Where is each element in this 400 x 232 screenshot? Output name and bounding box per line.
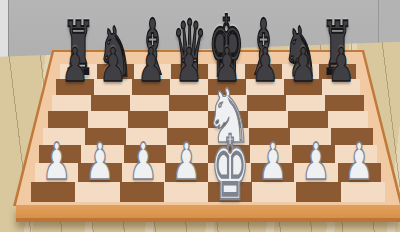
piece-black-pawn-b7[interactable]: ♟ <box>99 42 126 88</box>
piece-black-pawn-d7[interactable]: ♟ <box>176 42 203 88</box>
square-g6[interactable] <box>286 95 325 111</box>
piece-white-pawn-b2[interactable]: ♟ <box>85 137 114 188</box>
square-c6[interactable] <box>130 95 169 111</box>
piece-white-pawn-f2[interactable]: ♟ <box>258 137 287 188</box>
piece-white-king-e1[interactable]: ♚ <box>211 123 250 213</box>
square-g5[interactable] <box>288 111 328 128</box>
square-a6[interactable] <box>52 95 91 111</box>
square-d6[interactable] <box>169 95 208 111</box>
piece-white-pawn-a2[interactable]: ♟ <box>42 137 71 188</box>
square-h6[interactable] <box>325 95 364 111</box>
piece-white-pawn-h2[interactable]: ♟ <box>345 137 374 188</box>
square-c5[interactable] <box>128 111 168 128</box>
square-d5[interactable] <box>168 111 208 128</box>
piece-white-pawn-d2[interactable]: ♟ <box>172 137 201 188</box>
chess-app: ♜♞♝♛♚♝♞♜♟♟♟♟♟♟♟♟♞♟♟♟♟♟♟♟♚ <box>0 0 400 232</box>
square-b6[interactable] <box>91 95 130 111</box>
piece-black-pawn-c7[interactable]: ♟ <box>137 42 164 88</box>
piece-white-pawn-c2[interactable]: ♟ <box>129 137 158 188</box>
piece-black-pawn-a7[interactable]: ♟ <box>61 42 88 88</box>
piece-white-pawn-g2[interactable]: ♟ <box>301 137 330 188</box>
piece-black-pawn-f7[interactable]: ♟ <box>252 42 279 88</box>
square-h5[interactable] <box>328 111 368 128</box>
piece-black-pawn-g7[interactable]: ♟ <box>290 42 317 88</box>
square-f6[interactable] <box>247 95 286 111</box>
square-f5[interactable] <box>248 111 288 128</box>
square-b5[interactable] <box>88 111 128 128</box>
square-a5[interactable] <box>48 111 88 128</box>
piece-black-pawn-h7[interactable]: ♟ <box>328 42 355 88</box>
board-row-rank-1 <box>31 182 385 202</box>
